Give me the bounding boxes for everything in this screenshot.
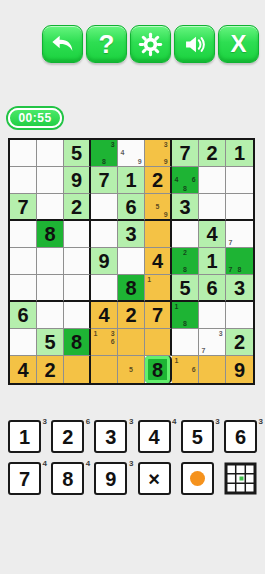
cell-r1c9[interactable]: 1 bbox=[226, 140, 253, 167]
cell-r7c1[interactable]: 6 bbox=[10, 302, 37, 329]
cell-r3c5[interactable]: 6 bbox=[118, 194, 145, 221]
cell-value: 8 bbox=[44, 224, 55, 244]
cell-r2c1[interactable] bbox=[10, 167, 37, 194]
pad-button-1[interactable]: 13 bbox=[8, 420, 41, 453]
cell-r2c5[interactable]: 1 bbox=[118, 167, 145, 194]
cell-r5c3[interactable] bbox=[64, 248, 91, 275]
cell-value: 4 bbox=[98, 305, 109, 325]
pad-button-4[interactable]: 44 bbox=[138, 420, 171, 453]
cell-value: 4 bbox=[17, 360, 28, 380]
cell-r3c8[interactable] bbox=[199, 194, 226, 221]
cell-r7c6[interactable]: 7 bbox=[145, 302, 172, 329]
cell-notes: 78 bbox=[226, 248, 253, 274]
cell-r8c4[interactable]: 136 bbox=[91, 329, 118, 356]
cell-r1c4[interactable]: 38 bbox=[91, 140, 118, 167]
close-x-icon: X bbox=[230, 32, 246, 56]
cell-r9c7[interactable]: 16 bbox=[172, 356, 199, 383]
cell-r4c5[interactable]: 3 bbox=[118, 221, 145, 248]
pad-button-9[interactable]: 93 bbox=[94, 462, 127, 495]
cell-r1c3[interactable]: 5 bbox=[64, 140, 91, 167]
cell-value: 4 bbox=[152, 251, 163, 271]
cell-r5c6[interactable]: 4 bbox=[145, 248, 172, 275]
sound-button[interactable] bbox=[174, 25, 215, 63]
pad-digit: 8 bbox=[62, 469, 73, 489]
pad-digit-count: 4 bbox=[43, 459, 47, 468]
cell-r4c4[interactable] bbox=[91, 221, 118, 248]
cell-r3c4[interactable] bbox=[91, 194, 118, 221]
cell-notes: 49 bbox=[118, 140, 144, 166]
cell-value: 6 bbox=[125, 197, 136, 217]
cell-r5c8[interactable]: 1 bbox=[199, 248, 226, 275]
pad-digit-count: 3 bbox=[129, 417, 133, 426]
cell-value: 1 bbox=[234, 143, 245, 163]
cell-r2c9[interactable] bbox=[226, 167, 253, 194]
cell-r2c4[interactable]: 7 bbox=[91, 167, 118, 194]
cell-r7c4[interactable]: 4 bbox=[91, 302, 118, 329]
cell-r4c2[interactable]: 8 bbox=[37, 221, 64, 248]
cell-r6c7[interactable]: 5 bbox=[172, 275, 199, 302]
cell-r3c3[interactable]: 2 bbox=[64, 194, 91, 221]
pad-digit: 2 bbox=[62, 427, 73, 447]
cell-r8c8[interactable]: 37 bbox=[199, 329, 226, 356]
cell-r9c4[interactable] bbox=[91, 356, 118, 383]
cell-r4c7[interactable] bbox=[172, 221, 199, 248]
cell-notes: 468 bbox=[172, 167, 198, 193]
cell-r6c9[interactable]: 3 bbox=[226, 275, 253, 302]
orange-dot-icon bbox=[190, 471, 205, 486]
cell-r9c2[interactable]: 2 bbox=[37, 356, 64, 383]
cell-value: 2 bbox=[71, 197, 82, 217]
pad-button-6[interactable]: 63 bbox=[224, 420, 257, 453]
pad-digit-count: 3 bbox=[258, 417, 262, 426]
pad-digit-count: 6 bbox=[86, 417, 90, 426]
gear-icon bbox=[137, 31, 164, 58]
cell-r7c7[interactable]: 18 bbox=[172, 302, 199, 329]
cell-r6c6[interactable]: 1 bbox=[145, 275, 172, 302]
cell-r8c6[interactable] bbox=[145, 329, 172, 356]
cell-value: 8 bbox=[152, 360, 163, 380]
cell-value: 5 bbox=[179, 278, 190, 298]
pad-row-2: 748493× bbox=[8, 462, 257, 495]
cell-value: 1 bbox=[125, 170, 136, 190]
cell-value: 7 bbox=[152, 305, 163, 325]
cell-notes: 28 bbox=[172, 248, 198, 274]
pad-digit: 5 bbox=[192, 427, 203, 447]
cell-value: 3 bbox=[179, 197, 190, 217]
cell-r7c9[interactable] bbox=[226, 302, 253, 329]
cell-notes: 37 bbox=[199, 329, 225, 355]
cell-r7c2[interactable] bbox=[37, 302, 64, 329]
cell-r5c2[interactable] bbox=[37, 248, 64, 275]
cell-notes: 18 bbox=[172, 302, 198, 328]
pad-digit-count: 4 bbox=[172, 417, 176, 426]
cell-r8c7[interactable] bbox=[172, 329, 199, 356]
cell-r1c6[interactable]: 39 bbox=[145, 140, 172, 167]
pad-button-color-dot[interactable] bbox=[181, 462, 214, 495]
pad-digit: 3 bbox=[105, 427, 116, 447]
cell-r6c5[interactable]: 8 bbox=[118, 275, 145, 302]
pad-digit: 1 bbox=[19, 427, 30, 447]
speaker-icon bbox=[181, 31, 208, 58]
cell-r2c6[interactable]: 2 bbox=[145, 167, 172, 194]
undo-button[interactable] bbox=[42, 25, 83, 63]
cell-r2c2[interactable] bbox=[37, 167, 64, 194]
cell-r5c1[interactable] bbox=[10, 248, 37, 275]
cell-value: 6 bbox=[206, 278, 217, 298]
cell-value: 9 bbox=[234, 360, 245, 380]
pad-digit-count: 3 bbox=[129, 459, 133, 468]
cell-r8c3[interactable]: 8 bbox=[64, 329, 91, 356]
cell-value: 7 bbox=[98, 170, 109, 190]
cell-value: 2 bbox=[152, 170, 163, 190]
cell-value: 3 bbox=[234, 278, 245, 298]
cell-r3c1[interactable]: 7 bbox=[10, 194, 37, 221]
cell-r1c5[interactable]: 49 bbox=[118, 140, 145, 167]
cell-r3c9[interactable] bbox=[226, 194, 253, 221]
cell-value: 6 bbox=[17, 305, 28, 325]
cell-r8c2[interactable]: 5 bbox=[37, 329, 64, 356]
pad-button-3[interactable]: 33 bbox=[94, 420, 127, 453]
cell-r6c1[interactable] bbox=[10, 275, 37, 302]
cell-r9c6[interactable]: 8 bbox=[145, 356, 172, 383]
cell-value: 5 bbox=[44, 332, 55, 352]
cell-r6c2[interactable] bbox=[37, 275, 64, 302]
cell-notes: 136 bbox=[91, 329, 117, 355]
settings-button[interactable] bbox=[130, 25, 171, 63]
cell-r4c3[interactable] bbox=[64, 221, 91, 248]
cell-value: 2 bbox=[125, 305, 136, 325]
cell-r2c3[interactable]: 9 bbox=[64, 167, 91, 194]
cell-notes: 7 bbox=[226, 221, 253, 247]
close-button[interactable]: X bbox=[218, 25, 259, 63]
pad-digit-count: 3 bbox=[215, 417, 219, 426]
cell-r8c9[interactable]: 2 bbox=[226, 329, 253, 356]
cell-r2c7[interactable]: 468 bbox=[172, 167, 199, 194]
cell-value: 7 bbox=[179, 143, 190, 163]
cell-value: 4 bbox=[206, 224, 217, 244]
cell-r9c3[interactable] bbox=[64, 356, 91, 383]
pad-digit-count: 3 bbox=[43, 417, 47, 426]
cell-r9c9[interactable]: 9 bbox=[226, 356, 253, 383]
pad-digit: 6 bbox=[235, 427, 246, 447]
pad-button-notes[interactable] bbox=[224, 462, 257, 495]
cell-r9c8[interactable] bbox=[199, 356, 226, 383]
cell-value: 8 bbox=[125, 278, 136, 298]
timer-value: 00:55 bbox=[18, 111, 51, 125]
pad-digit: 7 bbox=[19, 469, 30, 489]
clear-x-icon: × bbox=[148, 469, 160, 489]
sudoku-board: 5384939721971246872659383479428178815636… bbox=[8, 138, 255, 385]
pad-button-8[interactable]: 84 bbox=[51, 462, 84, 495]
pad-digit-count: 4 bbox=[86, 459, 90, 468]
cell-value: 9 bbox=[71, 170, 82, 190]
cell-r6c4[interactable] bbox=[91, 275, 118, 302]
cell-r1c7[interactable]: 7 bbox=[172, 140, 199, 167]
cell-value: 9 bbox=[98, 251, 109, 271]
help-button[interactable]: ? bbox=[86, 25, 127, 63]
cell-r5c4[interactable]: 9 bbox=[91, 248, 118, 275]
cell-value: 5 bbox=[71, 143, 82, 163]
cell-r3c6[interactable]: 59 bbox=[145, 194, 172, 221]
pad-button-5[interactable]: 53 bbox=[181, 420, 214, 453]
cell-notes: 1 bbox=[145, 275, 170, 300]
pad-button-clear[interactable]: × bbox=[138, 462, 171, 495]
cell-notes: 16 bbox=[172, 356, 198, 383]
pad-row-1: 132633445363 bbox=[8, 420, 257, 453]
cell-r9c5[interactable]: 5 bbox=[118, 356, 145, 383]
cell-r7c3[interactable] bbox=[64, 302, 91, 329]
cell-r3c7[interactable]: 3 bbox=[172, 194, 199, 221]
cell-r8c5[interactable] bbox=[118, 329, 145, 356]
pad-button-7[interactable]: 74 bbox=[8, 462, 41, 495]
notes-grid-icon bbox=[224, 462, 257, 495]
cell-r1c8[interactable]: 2 bbox=[199, 140, 226, 167]
cell-r4c6[interactable] bbox=[145, 221, 172, 248]
cell-notes: 38 bbox=[91, 140, 117, 166]
cell-r6c8[interactable]: 6 bbox=[199, 275, 226, 302]
cell-value: 2 bbox=[44, 360, 55, 380]
timer-badge: 00:55 bbox=[8, 108, 62, 128]
cell-value: 2 bbox=[206, 143, 217, 163]
undo-arrow-icon bbox=[49, 31, 76, 58]
pad-digit: 4 bbox=[149, 427, 160, 447]
cell-value: 3 bbox=[125, 224, 136, 244]
cell-r5c5[interactable] bbox=[118, 248, 145, 275]
cell-r1c1[interactable] bbox=[10, 140, 37, 167]
cell-r7c5[interactable]: 2 bbox=[118, 302, 145, 329]
cell-value: 8 bbox=[71, 332, 82, 352]
cell-notes: 39 bbox=[145, 140, 170, 166]
cell-r5c9[interactable]: 78 bbox=[226, 248, 253, 275]
cell-r2c8[interactable] bbox=[199, 167, 226, 194]
pad-digit: 9 bbox=[105, 469, 116, 489]
cell-value: 1 bbox=[206, 251, 217, 271]
cell-r4c9[interactable]: 7 bbox=[226, 221, 253, 248]
pad-button-2[interactable]: 26 bbox=[51, 420, 84, 453]
cell-notes: 5 bbox=[118, 356, 144, 383]
question-mark-icon: ? bbox=[99, 31, 115, 57]
cell-r7c8[interactable] bbox=[199, 302, 226, 329]
cell-value: 2 bbox=[234, 332, 245, 352]
toolbar: ? bbox=[42, 25, 259, 63]
app: ? bbox=[0, 0, 265, 574]
number-pad: 132633445363 748493× bbox=[8, 420, 257, 495]
cell-r5c7[interactable]: 28 bbox=[172, 248, 199, 275]
cell-r8c1[interactable] bbox=[10, 329, 37, 356]
cell-value: 7 bbox=[17, 197, 28, 217]
cell-r6c3[interactable] bbox=[64, 275, 91, 302]
cell-r3c2[interactable] bbox=[37, 194, 64, 221]
cell-notes: 59 bbox=[145, 194, 170, 219]
cell-r1c2[interactable] bbox=[37, 140, 64, 167]
cell-r4c8[interactable]: 4 bbox=[199, 221, 226, 248]
cell-r9c1[interactable]: 4 bbox=[10, 356, 37, 383]
cell-r4c1[interactable] bbox=[10, 221, 37, 248]
